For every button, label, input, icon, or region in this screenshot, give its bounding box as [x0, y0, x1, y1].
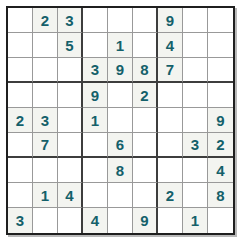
- cell-r4c7[interactable]: [158, 83, 183, 108]
- cell-r4c2[interactable]: [33, 83, 58, 108]
- cell-r5c1[interactable]: 2: [8, 108, 33, 133]
- cell-r5c8[interactable]: [183, 108, 208, 133]
- cell-r1c6[interactable]: [133, 8, 158, 33]
- cell-r7c5[interactable]: 8: [108, 158, 133, 183]
- cell-r1c7[interactable]: 9: [158, 8, 183, 33]
- cell-r3c4[interactable]: 3: [83, 58, 108, 83]
- cell-r9c8[interactable]: 1: [183, 208, 208, 233]
- cell-r6c5[interactable]: 6: [108, 133, 133, 158]
- cell-r8c2[interactable]: 1: [33, 183, 58, 208]
- sudoku-grid: 239514398792231976328414283491: [6, 6, 235, 235]
- cell-r8c3[interactable]: 4: [58, 183, 83, 208]
- cell-r2c7[interactable]: 4: [158, 33, 183, 58]
- cell-r2c9[interactable]: [208, 33, 233, 58]
- cell-r9c5[interactable]: [108, 208, 133, 233]
- cell-r8c9[interactable]: 8: [208, 183, 233, 208]
- cell-r1c4[interactable]: [83, 8, 108, 33]
- cell-r4c9[interactable]: [208, 83, 233, 108]
- cell-r3c5[interactable]: 9: [108, 58, 133, 83]
- cell-r4c8[interactable]: [183, 83, 208, 108]
- cell-r5c2[interactable]: 3: [33, 108, 58, 133]
- cell-r1c3[interactable]: 3: [58, 8, 83, 33]
- cell-r8c7[interactable]: 2: [158, 183, 183, 208]
- cell-r6c6[interactable]: [133, 133, 158, 158]
- cell-r8c4[interactable]: [83, 183, 108, 208]
- cell-r4c1[interactable]: [8, 83, 33, 108]
- cell-r2c5[interactable]: 1: [108, 33, 133, 58]
- cell-r9c4[interactable]: 4: [83, 208, 108, 233]
- cell-r4c3[interactable]: [58, 83, 83, 108]
- cell-r9c3[interactable]: [58, 208, 83, 233]
- cell-r5c4[interactable]: 1: [83, 108, 108, 133]
- cell-r2c3[interactable]: 5: [58, 33, 83, 58]
- cell-r3c9[interactable]: [208, 58, 233, 83]
- cell-r3c7[interactable]: 7: [158, 58, 183, 83]
- cell-r3c6[interactable]: 8: [133, 58, 158, 83]
- cell-r7c8[interactable]: [183, 158, 208, 183]
- cell-r3c8[interactable]: [183, 58, 208, 83]
- cell-r4c6[interactable]: 2: [133, 83, 158, 108]
- cell-r5c3[interactable]: [58, 108, 83, 133]
- cell-r6c7[interactable]: [158, 133, 183, 158]
- cell-r9c2[interactable]: [33, 208, 58, 233]
- cell-r2c4[interactable]: [83, 33, 108, 58]
- cell-r2c2[interactable]: [33, 33, 58, 58]
- cell-r9c7[interactable]: [158, 208, 183, 233]
- cell-r8c8[interactable]: [183, 183, 208, 208]
- cell-r8c6[interactable]: [133, 183, 158, 208]
- cell-r6c4[interactable]: [83, 133, 108, 158]
- cell-r6c1[interactable]: [8, 133, 33, 158]
- cell-r6c3[interactable]: [58, 133, 83, 158]
- cell-r4c5[interactable]: [108, 83, 133, 108]
- cell-r7c2[interactable]: [33, 158, 58, 183]
- cell-r9c9[interactable]: [208, 208, 233, 233]
- cell-r1c5[interactable]: [108, 8, 133, 33]
- cell-r7c9[interactable]: 4: [208, 158, 233, 183]
- cell-r8c1[interactable]: [8, 183, 33, 208]
- cell-r2c6[interactable]: [133, 33, 158, 58]
- cell-r6c9[interactable]: 2: [208, 133, 233, 158]
- cell-r3c1[interactable]: [8, 58, 33, 83]
- cell-r3c2[interactable]: [33, 58, 58, 83]
- cell-r9c6[interactable]: 9: [133, 208, 158, 233]
- cell-r6c2[interactable]: 7: [33, 133, 58, 158]
- cell-r1c8[interactable]: [183, 8, 208, 33]
- cell-r2c8[interactable]: [183, 33, 208, 58]
- cell-r4c4[interactable]: 9: [83, 83, 108, 108]
- cell-r1c9[interactable]: [208, 8, 233, 33]
- cell-r1c2[interactable]: 2: [33, 8, 58, 33]
- cell-r2c1[interactable]: [8, 33, 33, 58]
- cell-r8c5[interactable]: [108, 183, 133, 208]
- cell-r7c1[interactable]: [8, 158, 33, 183]
- cell-r7c3[interactable]: [58, 158, 83, 183]
- cell-r3c3[interactable]: [58, 58, 83, 83]
- cell-r9c1[interactable]: 3: [8, 208, 33, 233]
- cell-r5c6[interactable]: [133, 108, 158, 133]
- cell-r5c5[interactable]: [108, 108, 133, 133]
- cell-r5c9[interactable]: 9: [208, 108, 233, 133]
- cell-r5c7[interactable]: [158, 108, 183, 133]
- cell-r1c1[interactable]: [8, 8, 33, 33]
- sudoku-board-container: 239514398792231976328414283491: [6, 6, 235, 235]
- cell-r7c6[interactable]: [133, 158, 158, 183]
- cell-r7c4[interactable]: [83, 158, 108, 183]
- cell-r7c7[interactable]: [158, 158, 183, 183]
- cell-r6c8[interactable]: 3: [183, 133, 208, 158]
